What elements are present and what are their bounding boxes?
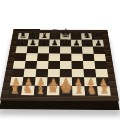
square-h4[interactable] (94, 61, 107, 69)
square-e5[interactable] (60, 54, 71, 62)
square-d7[interactable]: ♟ (49, 40, 60, 47)
square-h1[interactable]: ♜ (97, 86, 111, 95)
square-b1[interactable]: ♞ (21, 86, 35, 95)
white-queen[interactable]: ♛ (47, 81, 60, 95)
black-pawn[interactable]: ♟ (38, 38, 49, 46)
square-e6[interactable] (60, 46, 71, 53)
square-d1[interactable]: ♛ (47, 86, 60, 95)
square-e4[interactable] (60, 61, 72, 69)
black-pawn[interactable]: ♟ (82, 38, 93, 46)
square-e7[interactable]: ♟ (60, 40, 71, 47)
white-knight[interactable]: ♞ (85, 84, 98, 96)
square-c1[interactable]: ♝ (34, 86, 47, 95)
square-f5[interactable] (71, 54, 83, 62)
square-c4[interactable] (36, 61, 48, 69)
square-d6[interactable] (49, 46, 60, 53)
square-g1[interactable]: ♞ (85, 86, 98, 95)
white-bishop[interactable]: ♝ (34, 83, 47, 95)
square-b6[interactable] (27, 46, 39, 53)
square-d4[interactable] (48, 61, 60, 69)
square-c6[interactable] (38, 46, 50, 53)
chess-set-photo: ♜♞♝♛♚♝♞♜♟♟♟♟♟♟♟♟♟♟♟♟♟♟♟♟♜♞♝♛♚♝♞♜ (0, 0, 120, 120)
white-knight[interactable]: ♞ (21, 84, 34, 96)
square-f7[interactable]: ♟ (71, 40, 82, 47)
square-h6[interactable] (93, 47, 105, 54)
square-h5[interactable] (94, 54, 106, 62)
square-g5[interactable] (82, 54, 94, 62)
square-b7[interactable]: ♟ (27, 39, 39, 46)
black-pawn[interactable]: ♟ (27, 38, 38, 46)
black-pawn[interactable]: ♟ (49, 38, 60, 46)
white-rook[interactable]: ♜ (98, 85, 111, 96)
black-pawn[interactable]: ♟ (93, 38, 104, 46)
square-g7[interactable]: ♟ (82, 40, 93, 47)
black-pawn[interactable]: ♟ (17, 38, 28, 46)
square-h7[interactable]: ♟ (92, 40, 104, 47)
white-bishop[interactable]: ♝ (72, 83, 85, 95)
square-c7[interactable]: ♟ (38, 40, 49, 47)
square-b4[interactable] (25, 61, 37, 69)
black-pawn[interactable]: ♟ (60, 38, 71, 46)
square-f4[interactable] (71, 61, 83, 69)
square-d5[interactable] (49, 53, 61, 61)
white-king[interactable]: ♚ (60, 81, 73, 96)
square-e1[interactable]: ♚ (60, 86, 73, 95)
square-f6[interactable] (71, 46, 82, 53)
square-g4[interactable] (83, 61, 95, 69)
square-f1[interactable]: ♝ (72, 86, 85, 95)
square-g6[interactable] (82, 47, 94, 54)
board-scene: ♜♞♝♛♚♝♞♜♟♟♟♟♟♟♟♟♟♟♟♟♟♟♟♟♜♞♝♛♚♝♞♜ (0, 29, 119, 101)
square-c5[interactable] (37, 53, 49, 61)
square-b5[interactable] (26, 53, 38, 61)
chess-board: ♜♞♝♛♚♝♞♜♟♟♟♟♟♟♟♟♟♟♟♟♟♟♟♟♜♞♝♛♚♝♞♜ (0, 29, 119, 101)
white-rook[interactable]: ♜ (8, 84, 21, 95)
black-pawn[interactable]: ♟ (71, 38, 82, 46)
